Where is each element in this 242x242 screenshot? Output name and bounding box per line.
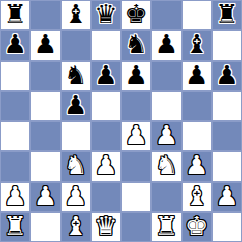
- square-d4[interactable]: [91, 121, 121, 151]
- square-e3[interactable]: [121, 151, 151, 181]
- square-f2[interactable]: [151, 182, 181, 212]
- square-c6[interactable]: ♞: [61, 61, 91, 91]
- square-h6[interactable]: ♟: [212, 61, 242, 91]
- piece-white-pawn: ♟: [124, 122, 147, 148]
- square-b1[interactable]: [30, 212, 60, 242]
- piece-black-bishop: ♝: [185, 31, 208, 57]
- square-g8[interactable]: [182, 0, 212, 30]
- square-d6[interactable]: ♟: [91, 61, 121, 91]
- square-a6[interactable]: [0, 61, 30, 91]
- square-f4[interactable]: ♟: [151, 121, 181, 151]
- piece-black-rook: ♜: [215, 1, 238, 27]
- piece-black-pawn: ♟: [3, 31, 26, 57]
- square-c4[interactable]: [61, 121, 91, 151]
- square-e1[interactable]: [121, 212, 151, 242]
- piece-black-bishop: ♝: [64, 1, 87, 27]
- piece-black-rook: ♜: [3, 1, 26, 27]
- square-c5[interactable]: ♟: [61, 91, 91, 121]
- square-b3[interactable]: [30, 151, 60, 181]
- piece-white-pawn: ♟: [185, 152, 208, 178]
- square-d5[interactable]: [91, 91, 121, 121]
- square-c8[interactable]: ♝: [61, 0, 91, 30]
- piece-black-knight: ♞: [64, 62, 87, 88]
- piece-white-pawn: ♟: [155, 122, 178, 148]
- piece-black-knight: ♞: [124, 31, 147, 57]
- square-d7[interactable]: [91, 30, 121, 60]
- square-a3[interactable]: [0, 151, 30, 181]
- square-a5[interactable]: [0, 91, 30, 121]
- piece-white-pawn: ♟: [64, 183, 87, 209]
- square-b2[interactable]: ♟: [30, 182, 60, 212]
- piece-white-knight: ♞: [64, 152, 87, 178]
- piece-black-pawn: ♟: [155, 31, 178, 57]
- piece-white-pawn: ♟: [34, 183, 57, 209]
- square-g7[interactable]: ♝: [182, 30, 212, 60]
- piece-black-pawn: ♟: [64, 92, 87, 118]
- square-f5[interactable]: [151, 91, 181, 121]
- square-c1[interactable]: ♝: [61, 212, 91, 242]
- square-f1[interactable]: ♜: [151, 212, 181, 242]
- square-f8[interactable]: [151, 0, 181, 30]
- square-c2[interactable]: ♟: [61, 182, 91, 212]
- piece-white-pawn: ♟: [215, 183, 238, 209]
- square-a2[interactable]: ♟: [0, 182, 30, 212]
- square-e8[interactable]: ♚: [121, 0, 151, 30]
- piece-black-pawn: ♟: [124, 62, 147, 88]
- piece-black-pawn: ♟: [34, 31, 57, 57]
- piece-white-bishop: ♝: [64, 213, 87, 239]
- piece-white-rook: ♜: [3, 213, 26, 239]
- piece-black-queen: ♛: [94, 1, 117, 27]
- square-f7[interactable]: ♟: [151, 30, 181, 60]
- piece-white-queen: ♛: [94, 213, 117, 239]
- chess-board: ♜♝♛♚♜♟♟♞♟♝♞♟♟♟♟♟♟♟♞♟♞♟♟♟♟♝♟♜♝♛♜♚: [0, 0, 242, 242]
- piece-black-pawn: ♟: [215, 62, 238, 88]
- square-e4[interactable]: ♟: [121, 121, 151, 151]
- square-h2[interactable]: ♟: [212, 182, 242, 212]
- square-a7[interactable]: ♟: [0, 30, 30, 60]
- square-b8[interactable]: [30, 0, 60, 30]
- square-d8[interactable]: ♛: [91, 0, 121, 30]
- square-g3[interactable]: ♟: [182, 151, 212, 181]
- piece-black-pawn: ♟: [94, 62, 117, 88]
- square-g4[interactable]: [182, 121, 212, 151]
- square-e7[interactable]: ♞: [121, 30, 151, 60]
- square-d2[interactable]: [91, 182, 121, 212]
- piece-black-pawn: ♟: [185, 62, 208, 88]
- square-c3[interactable]: ♞: [61, 151, 91, 181]
- square-c7[interactable]: [61, 30, 91, 60]
- piece-white-pawn: ♟: [94, 152, 117, 178]
- piece-white-knight: ♞: [155, 152, 178, 178]
- square-g2[interactable]: ♝: [182, 182, 212, 212]
- square-e6[interactable]: ♟: [121, 61, 151, 91]
- square-a1[interactable]: ♜: [0, 212, 30, 242]
- piece-white-king: ♚: [185, 213, 208, 239]
- square-f3[interactable]: ♞: [151, 151, 181, 181]
- square-f6[interactable]: [151, 61, 181, 91]
- square-d3[interactable]: ♟: [91, 151, 121, 181]
- square-b7[interactable]: ♟: [30, 30, 60, 60]
- square-g5[interactable]: [182, 91, 212, 121]
- square-h3[interactable]: [212, 151, 242, 181]
- square-g6[interactable]: ♟: [182, 61, 212, 91]
- piece-black-king: ♚: [124, 1, 147, 27]
- square-a4[interactable]: [0, 121, 30, 151]
- square-h5[interactable]: [212, 91, 242, 121]
- square-h7[interactable]: [212, 30, 242, 60]
- square-b5[interactable]: [30, 91, 60, 121]
- square-h4[interactable]: [212, 121, 242, 151]
- square-d1[interactable]: ♛: [91, 212, 121, 242]
- square-e2[interactable]: [121, 182, 151, 212]
- square-g1[interactable]: ♚: [182, 212, 212, 242]
- piece-white-rook: ♜: [155, 213, 178, 239]
- square-b4[interactable]: [30, 121, 60, 151]
- piece-white-pawn: ♟: [3, 183, 26, 209]
- square-h8[interactable]: ♜: [212, 0, 242, 30]
- piece-white-bishop: ♝: [185, 183, 208, 209]
- square-h1[interactable]: [212, 212, 242, 242]
- square-e5[interactable]: [121, 91, 151, 121]
- square-a8[interactable]: ♜: [0, 0, 30, 30]
- square-b6[interactable]: [30, 61, 60, 91]
